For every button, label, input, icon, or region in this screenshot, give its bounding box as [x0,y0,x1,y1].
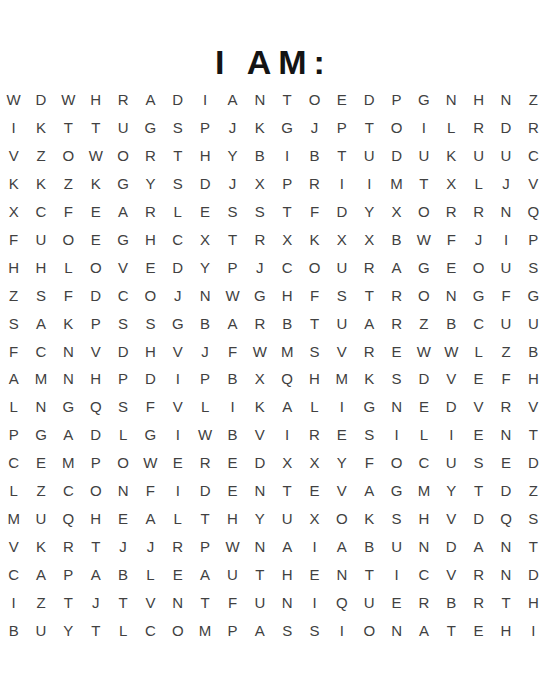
grid-cell[interactable]: F [492,281,519,309]
grid-cell[interactable]: X [301,504,328,532]
grid-cell[interactable]: T [356,114,383,142]
grid-cell[interactable]: Y [438,477,465,505]
grid-cell[interactable]: X [383,198,410,226]
grid-cell[interactable]: P [55,560,82,588]
grid-cell[interactable]: R [465,114,492,142]
grid-cell[interactable]: R [465,560,492,588]
grid-cell[interactable]: H [137,337,164,365]
grid-cell[interactable]: V [520,170,547,198]
grid-cell[interactable]: E [219,477,246,505]
grid-cell[interactable]: H [0,253,27,281]
grid-cell[interactable]: S [164,170,191,198]
grid-cell[interactable]: I [301,532,328,560]
grid-cell[interactable]: A [137,86,164,114]
grid-cell[interactable]: W [55,86,82,114]
grid-cell[interactable]: N [438,86,465,114]
grid-cell[interactable]: U [109,114,136,142]
grid-cell[interactable]: A [274,393,301,421]
grid-cell[interactable]: I [356,170,383,198]
grid-cell[interactable]: D [465,504,492,532]
grid-cell[interactable]: B [438,309,465,337]
grid-cell[interactable]: P [191,532,218,560]
grid-cell[interactable]: M [383,170,410,198]
grid-cell[interactable]: T [410,170,437,198]
grid-cell[interactable]: R [301,421,328,449]
grid-cell[interactable]: K [27,532,54,560]
grid-cell[interactable]: T [492,588,519,616]
grid-cell[interactable]: E [164,449,191,477]
grid-cell[interactable]: G [246,281,273,309]
grid-cell[interactable]: B [520,337,547,365]
grid-cell[interactable]: S [383,365,410,393]
grid-cell[interactable]: D [82,421,109,449]
grid-cell[interactable]: R [356,253,383,281]
grid-cell[interactable]: O [301,253,328,281]
grid-cell[interactable]: W [191,421,218,449]
grid-cell[interactable]: C [465,309,492,337]
grid-cell[interactable]: O [109,142,136,170]
grid-cell[interactable]: H [301,365,328,393]
grid-cell[interactable]: G [164,309,191,337]
grid-cell[interactable]: T [438,616,465,644]
grid-cell[interactable]: N [383,393,410,421]
grid-cell[interactable]: P [109,365,136,393]
grid-cell[interactable]: J [82,588,109,616]
grid-cell[interactable]: Y [328,449,355,477]
grid-cell[interactable]: M [27,365,54,393]
grid-cell[interactable]: R [55,532,82,560]
grid-cell[interactable]: R [137,198,164,226]
grid-cell[interactable]: U [465,142,492,170]
grid-cell[interactable]: S [520,253,547,281]
grid-cell[interactable]: P [383,86,410,114]
grid-cell[interactable]: Z [520,86,547,114]
grid-cell[interactable]: G [27,421,54,449]
grid-cell[interactable]: F [0,225,27,253]
grid-cell[interactable]: M [191,616,218,644]
grid-cell[interactable]: L [109,421,136,449]
grid-cell[interactable]: T [191,588,218,616]
grid-cell[interactable]: I [328,393,355,421]
grid-cell[interactable]: A [219,86,246,114]
grid-cell[interactable]: P [520,225,547,253]
grid-cell[interactable]: R [410,588,437,616]
grid-cell[interactable]: K [55,309,82,337]
grid-cell[interactable]: O [82,253,109,281]
grid-cell[interactable]: R [520,114,547,142]
grid-cell[interactable]: H [274,281,301,309]
grid-cell[interactable]: E [27,449,54,477]
grid-cell[interactable]: H [82,504,109,532]
grid-cell[interactable]: N [274,588,301,616]
grid-cell[interactable]: D [520,449,547,477]
grid-cell[interactable]: M [410,477,437,505]
grid-cell[interactable]: G [465,281,492,309]
grid-cell[interactable]: X [246,365,273,393]
grid-cell[interactable]: F [301,281,328,309]
grid-cell[interactable]: U [438,449,465,477]
grid-cell[interactable]: T [82,616,109,644]
grid-cell[interactable]: E [301,560,328,588]
grid-cell[interactable]: N [328,560,355,588]
grid-cell[interactable]: Q [55,504,82,532]
grid-cell[interactable]: C [164,225,191,253]
grid-cell[interactable]: R [246,309,273,337]
grid-cell[interactable]: H [27,253,54,281]
grid-cell[interactable]: I [520,616,547,644]
grid-cell[interactable]: T [274,86,301,114]
grid-cell[interactable]: S [109,309,136,337]
grid-cell[interactable]: D [328,198,355,226]
grid-cell[interactable]: T [164,142,191,170]
grid-cell[interactable]: U [492,253,519,281]
grid-cell[interactable]: B [219,365,246,393]
grid-cell[interactable]: O [301,86,328,114]
grid-cell[interactable]: V [246,421,273,449]
grid-cell[interactable]: T [301,309,328,337]
grid-cell[interactable]: T [520,532,547,560]
grid-cell[interactable]: L [301,393,328,421]
grid-cell[interactable]: A [328,532,355,560]
grid-cell[interactable]: F [55,281,82,309]
grid-cell[interactable]: N [246,86,273,114]
grid-cell[interactable]: N [55,365,82,393]
grid-cell[interactable]: V [82,337,109,365]
grid-cell[interactable]: T [520,421,547,449]
grid-cell[interactable]: O [137,281,164,309]
grid-cell[interactable]: H [82,365,109,393]
grid-cell[interactable]: R [109,86,136,114]
grid-cell[interactable]: E [109,504,136,532]
grid-cell[interactable]: S [274,616,301,644]
grid-cell[interactable]: H [219,504,246,532]
grid-cell[interactable]: V [520,393,547,421]
grid-cell[interactable]: T [82,114,109,142]
grid-cell[interactable]: L [137,560,164,588]
grid-cell[interactable]: E [137,253,164,281]
grid-cell[interactable]: D [520,560,547,588]
grid-cell[interactable]: O [109,449,136,477]
grid-cell[interactable]: I [438,421,465,449]
grid-cell[interactable]: W [137,449,164,477]
grid-cell[interactable]: K [27,170,54,198]
grid-cell[interactable]: W [438,337,465,365]
grid-cell[interactable]: B [191,309,218,337]
grid-cell[interactable]: S [328,281,355,309]
grid-cell[interactable]: A [410,616,437,644]
grid-cell[interactable]: H [274,560,301,588]
grid-cell[interactable]: B [301,142,328,170]
grid-cell[interactable]: M [55,449,82,477]
grid-cell[interactable]: P [274,170,301,198]
grid-cell[interactable]: S [383,504,410,532]
grid-cell[interactable]: P [0,421,27,449]
grid-cell[interactable]: O [465,253,492,281]
grid-cell[interactable]: S [356,421,383,449]
grid-cell[interactable]: K [246,114,273,142]
grid-cell[interactable]: V [109,253,136,281]
grid-cell[interactable]: N [492,560,519,588]
grid-cell[interactable]: I [301,588,328,616]
grid-cell[interactable]: S [301,337,328,365]
grid-cell[interactable]: W [0,86,27,114]
grid-cell[interactable]: T [55,588,82,616]
grid-cell[interactable]: P [82,309,109,337]
grid-cell[interactable]: S [219,198,246,226]
grid-cell[interactable]: J [219,170,246,198]
grid-cell[interactable]: E [410,393,437,421]
grid-cell[interactable]: Z [0,281,27,309]
grid-cell[interactable]: D [438,393,465,421]
grid-cell[interactable]: I [492,225,519,253]
grid-cell[interactable]: E [328,86,355,114]
grid-cell[interactable]: R [246,225,273,253]
grid-cell[interactable]: U [383,532,410,560]
grid-cell[interactable]: J [219,114,246,142]
grid-cell[interactable]: R [438,198,465,226]
grid-cell[interactable]: I [328,170,355,198]
grid-cell[interactable]: T [191,504,218,532]
grid-cell[interactable]: E [465,421,492,449]
grid-cell[interactable]: G [109,170,136,198]
grid-cell[interactable]: T [109,588,136,616]
grid-cell[interactable]: I [0,588,27,616]
grid-cell[interactable]: N [246,477,273,505]
grid-cell[interactable]: S [109,393,136,421]
grid-cell[interactable]: C [0,560,27,588]
grid-cell[interactable]: S [301,616,328,644]
grid-cell[interactable]: I [164,421,191,449]
grid-cell[interactable]: X [328,225,355,253]
grid-cell[interactable]: I [219,393,246,421]
grid-cell[interactable]: J [109,532,136,560]
grid-cell[interactable]: S [520,504,547,532]
grid-cell[interactable]: R [164,532,191,560]
grid-cell[interactable]: N [27,393,54,421]
grid-cell[interactable]: U [492,142,519,170]
grid-cell[interactable]: Q [82,393,109,421]
grid-cell[interactable]: K [301,225,328,253]
grid-cell[interactable]: N [109,477,136,505]
grid-cell[interactable]: T [274,198,301,226]
grid-cell[interactable]: T [246,560,273,588]
grid-cell[interactable]: N [492,421,519,449]
grid-cell[interactable]: B [383,225,410,253]
grid-cell[interactable]: M [274,337,301,365]
grid-cell[interactable]: Z [492,337,519,365]
grid-cell[interactable]: F [219,588,246,616]
grid-cell[interactable]: Z [520,477,547,505]
grid-cell[interactable]: W [82,142,109,170]
grid-cell[interactable]: R [465,588,492,616]
grid-cell[interactable]: B [246,142,273,170]
grid-cell[interactable]: S [164,114,191,142]
grid-cell[interactable]: O [410,198,437,226]
grid-cell[interactable]: K [356,504,383,532]
grid-cell[interactable]: R [301,170,328,198]
grid-cell[interactable]: W [410,225,437,253]
grid-cell[interactable]: D [164,253,191,281]
grid-cell[interactable]: I [383,560,410,588]
grid-cell[interactable]: I [328,616,355,644]
grid-cell[interactable]: D [164,86,191,114]
grid-cell[interactable]: U [219,560,246,588]
grid-cell[interactable]: E [301,477,328,505]
grid-cell[interactable]: U [246,588,273,616]
grid-cell[interactable]: T [219,225,246,253]
grid-cell[interactable]: A [0,365,27,393]
grid-cell[interactable]: W [219,532,246,560]
grid-cell[interactable]: Y [246,504,273,532]
grid-cell[interactable]: Q [520,198,547,226]
grid-cell[interactable]: Z [27,142,54,170]
grid-cell[interactable]: A [356,309,383,337]
grid-cell[interactable]: I [164,365,191,393]
grid-cell[interactable]: D [191,170,218,198]
grid-cell[interactable]: V [438,504,465,532]
grid-cell[interactable]: I [191,86,218,114]
grid-cell[interactable]: E [219,449,246,477]
grid-cell[interactable]: E [82,198,109,226]
grid-cell[interactable]: N [164,588,191,616]
grid-cell[interactable]: E [164,560,191,588]
grid-cell[interactable]: O [410,281,437,309]
grid-cell[interactable]: E [383,337,410,365]
grid-cell[interactable]: P [328,114,355,142]
grid-cell[interactable]: X [301,449,328,477]
grid-cell[interactable]: A [27,560,54,588]
grid-cell[interactable]: U [356,142,383,170]
grid-cell[interactable]: C [27,337,54,365]
grid-cell[interactable]: D [27,86,54,114]
grid-cell[interactable]: C [55,477,82,505]
grid-cell[interactable]: V [328,477,355,505]
grid-cell[interactable]: G [410,253,437,281]
grid-cell[interactable]: J [191,337,218,365]
grid-cell[interactable]: V [0,532,27,560]
grid-cell[interactable]: P [191,365,218,393]
grid-cell[interactable]: L [191,393,218,421]
grid-cell[interactable]: C [27,198,54,226]
grid-cell[interactable]: B [438,588,465,616]
grid-cell[interactable]: A [219,309,246,337]
grid-cell[interactable]: F [55,198,82,226]
grid-cell[interactable]: D [438,532,465,560]
grid-cell[interactable]: O [82,477,109,505]
grid-cell[interactable]: V [328,337,355,365]
grid-cell[interactable]: V [137,588,164,616]
grid-cell[interactable]: L [109,616,136,644]
grid-cell[interactable]: T [55,114,82,142]
grid-cell[interactable]: F [137,477,164,505]
grid-cell[interactable]: I [274,142,301,170]
grid-cell[interactable]: A [27,309,54,337]
grid-cell[interactable]: N [410,532,437,560]
grid-cell[interactable]: T [82,532,109,560]
grid-cell[interactable]: O [55,142,82,170]
grid-cell[interactable]: U [328,309,355,337]
grid-cell[interactable]: R [191,449,218,477]
grid-cell[interactable]: D [410,365,437,393]
grid-cell[interactable]: U [274,504,301,532]
grid-cell[interactable]: Z [27,588,54,616]
grid-cell[interactable]: B [0,616,27,644]
grid-cell[interactable]: N [246,532,273,560]
grid-cell[interactable]: C [410,560,437,588]
grid-cell[interactable]: P [191,114,218,142]
grid-cell[interactable]: L [410,421,437,449]
grid-cell[interactable]: G [410,86,437,114]
grid-cell[interactable]: K [82,170,109,198]
grid-cell[interactable]: A [383,253,410,281]
grid-cell[interactable]: C [109,281,136,309]
grid-cell[interactable]: J [164,281,191,309]
grid-cell[interactable]: H [410,504,437,532]
grid-cell[interactable]: H [465,86,492,114]
grid-cell[interactable]: Y [356,198,383,226]
grid-cell[interactable]: Z [410,309,437,337]
grid-cell[interactable]: T [465,477,492,505]
grid-cell[interactable]: F [137,393,164,421]
grid-cell[interactable]: N [191,281,218,309]
grid-cell[interactable]: D [246,449,273,477]
grid-cell[interactable]: N [55,337,82,365]
grid-cell[interactable]: L [465,170,492,198]
grid-cell[interactable]: C [274,253,301,281]
grid-cell[interactable]: E [191,198,218,226]
grid-cell[interactable]: U [27,616,54,644]
grid-cell[interactable]: J [465,225,492,253]
grid-cell[interactable]: A [191,560,218,588]
grid-cell[interactable]: E [383,588,410,616]
grid-cell[interactable]: L [164,198,191,226]
grid-cell[interactable]: G [356,393,383,421]
grid-cell[interactable]: F [438,225,465,253]
grid-cell[interactable]: H [137,225,164,253]
grid-cell[interactable]: M [328,365,355,393]
grid-cell[interactable]: A [356,477,383,505]
grid-cell[interactable]: Y [137,170,164,198]
grid-cell[interactable]: G [520,281,547,309]
grid-cell[interactable]: S [246,198,273,226]
grid-cell[interactable]: C [137,616,164,644]
grid-cell[interactable]: U [410,142,437,170]
grid-cell[interactable]: F [356,449,383,477]
grid-cell[interactable]: X [356,225,383,253]
grid-cell[interactable]: O [356,616,383,644]
grid-cell[interactable]: G [137,421,164,449]
grid-cell[interactable]: E [438,253,465,281]
grid-cell[interactable]: L [0,477,27,505]
grid-cell[interactable]: Q [492,504,519,532]
grid-cell[interactable]: I [0,114,27,142]
grid-cell[interactable]: Y [55,616,82,644]
grid-cell[interactable]: E [465,365,492,393]
grid-cell[interactable]: S [465,449,492,477]
grid-cell[interactable]: Z [55,170,82,198]
grid-cell[interactable]: L [164,504,191,532]
grid-cell[interactable]: T [328,142,355,170]
grid-cell[interactable]: X [274,449,301,477]
grid-cell[interactable]: T [274,477,301,505]
grid-cell[interactable]: B [274,309,301,337]
grid-cell[interactable]: B [219,421,246,449]
grid-cell[interactable]: J [246,253,273,281]
grid-cell[interactable]: W [246,337,273,365]
grid-cell[interactable]: E [465,616,492,644]
grid-cell[interactable]: T [356,560,383,588]
grid-cell[interactable]: J [301,114,328,142]
